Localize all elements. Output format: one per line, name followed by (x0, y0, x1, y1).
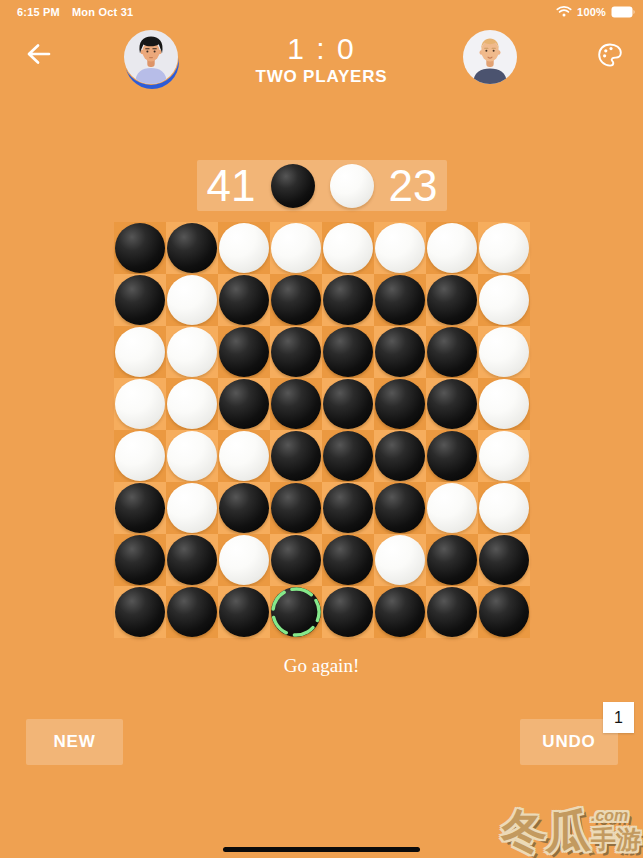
board-cell[interactable] (374, 378, 426, 430)
board-cell[interactable] (374, 430, 426, 482)
board-cell[interactable] (218, 274, 270, 326)
white-piece (323, 223, 373, 273)
board-cell[interactable] (478, 326, 530, 378)
white-piece (479, 483, 529, 533)
black-piece (375, 587, 425, 637)
board-cell[interactable] (114, 378, 166, 430)
board-cell[interactable] (322, 222, 374, 274)
board-cell[interactable] (218, 222, 270, 274)
board-cell[interactable] (270, 534, 322, 586)
new-game-button[interactable]: NEW (26, 719, 123, 765)
black-score: 41 (207, 164, 256, 208)
board-cell[interactable] (374, 326, 426, 378)
board-cell[interactable] (374, 534, 426, 586)
board-cell[interactable] (114, 430, 166, 482)
board (114, 222, 530, 638)
player2-avatar-image (462, 29, 518, 85)
board-cell[interactable] (166, 326, 218, 378)
white-piece (115, 379, 165, 429)
clock: 6:15 PM (17, 6, 60, 18)
board-cell[interactable] (114, 586, 166, 638)
battery-label: 100% (577, 6, 606, 18)
black-piece (219, 587, 269, 637)
black-piece (271, 275, 321, 325)
white-piece (479, 223, 529, 273)
white-piece (375, 535, 425, 585)
black-piece (219, 275, 269, 325)
black-piece (115, 223, 165, 273)
board-cell[interactable] (166, 482, 218, 534)
white-piece (115, 431, 165, 481)
black-piece (323, 379, 373, 429)
black-piece (375, 483, 425, 533)
board-cell[interactable] (322, 326, 374, 378)
watermark-main-text: 冬瓜 (501, 808, 589, 854)
board-cell[interactable] (218, 482, 270, 534)
board-cell[interactable] (114, 326, 166, 378)
board-cell[interactable] (322, 534, 374, 586)
black-piece (115, 587, 165, 637)
black-piece (271, 483, 321, 533)
app-frame: 6:15 PM Mon Oct 31 100% (0, 0, 643, 858)
board-cell[interactable] (218, 326, 270, 378)
white-piece (219, 223, 269, 273)
board-cell[interactable] (478, 222, 530, 274)
board-cell[interactable] (426, 222, 478, 274)
black-piece (427, 431, 477, 481)
board-cell[interactable] (166, 586, 218, 638)
player2-avatar (462, 29, 518, 85)
black-piece (375, 379, 425, 429)
white-piece (219, 431, 269, 481)
black-piece (167, 535, 217, 585)
board-cell[interactable] (322, 430, 374, 482)
board-cell[interactable] (322, 274, 374, 326)
board-cell[interactable] (218, 586, 270, 638)
white-score: 23 (389, 164, 438, 208)
black-piece (323, 327, 373, 377)
white-piece (479, 327, 529, 377)
board-cell[interactable] (270, 586, 322, 638)
black-piece (323, 483, 373, 533)
black-piece (167, 587, 217, 637)
match-score: 1 : 0 (0, 33, 643, 65)
board-cell[interactable] (114, 534, 166, 586)
board-cell[interactable] (426, 274, 478, 326)
board-cell[interactable] (426, 482, 478, 534)
black-piece (375, 431, 425, 481)
board-cell[interactable] (218, 378, 270, 430)
black-piece (375, 327, 425, 377)
board-cell[interactable] (374, 222, 426, 274)
home-indicator[interactable] (223, 847, 420, 852)
board-cell[interactable] (374, 274, 426, 326)
board-cell[interactable] (478, 534, 530, 586)
score-panel: 41 23 (197, 160, 447, 211)
black-piece (219, 327, 269, 377)
board-cell[interactable] (374, 482, 426, 534)
watermark-dotcom-text: .com (591, 808, 641, 824)
board-cell[interactable] (270, 378, 322, 430)
white-piece (115, 327, 165, 377)
white-piece (271, 223, 321, 273)
white-piece (375, 223, 425, 273)
board-cell[interactable] (166, 222, 218, 274)
black-piece (427, 535, 477, 585)
black-piece (271, 379, 321, 429)
white-piece (219, 535, 269, 585)
board-cell[interactable] (270, 274, 322, 326)
black-piece (271, 431, 321, 481)
watermark-sub-text: 手游 (591, 827, 641, 852)
black-piece (167, 223, 217, 273)
black-piece (219, 483, 269, 533)
white-piece (479, 379, 529, 429)
theme-button[interactable] (596, 41, 624, 69)
board-cell[interactable] (374, 586, 426, 638)
battery-icon (611, 6, 636, 18)
black-piece (427, 327, 477, 377)
board-cell[interactable] (114, 482, 166, 534)
board-cell[interactable] (322, 378, 374, 430)
black-piece (375, 275, 425, 325)
undo-count-badge: 1 (603, 702, 634, 733)
board-cell[interactable] (166, 378, 218, 430)
black-piece (427, 275, 477, 325)
black-piece (323, 535, 373, 585)
board-cell[interactable] (478, 378, 530, 430)
board-cell[interactable] (166, 534, 218, 586)
watermark-logo: 冬瓜 .com 手游 (501, 808, 641, 854)
board-cell[interactable] (478, 482, 530, 534)
black-piece (271, 535, 321, 585)
board-cell[interactable] (478, 274, 530, 326)
black-piece (115, 483, 165, 533)
board-cell[interactable] (426, 378, 478, 430)
black-piece (323, 431, 373, 481)
board-cell[interactable] (166, 430, 218, 482)
black-piece-icon (271, 164, 315, 208)
wifi-icon (556, 5, 572, 19)
black-piece (427, 379, 477, 429)
white-piece (479, 275, 529, 325)
black-piece (323, 275, 373, 325)
white-piece (427, 223, 477, 273)
black-piece (219, 379, 269, 429)
board-cell[interactable] (270, 222, 322, 274)
white-piece (167, 327, 217, 377)
white-piece (167, 379, 217, 429)
black-piece (271, 327, 321, 377)
palette-icon (596, 41, 624, 69)
mode-label: TWO PLAYERS (0, 67, 643, 87)
board-cell[interactable] (426, 534, 478, 586)
board-cell[interactable] (478, 586, 530, 638)
board-cell[interactable] (426, 326, 478, 378)
board-cell[interactable] (114, 274, 166, 326)
board-cell[interactable] (218, 430, 270, 482)
board-cell[interactable] (478, 430, 530, 482)
black-piece (115, 535, 165, 585)
board-cell[interactable] (270, 482, 322, 534)
white-piece (167, 483, 217, 533)
black-piece (427, 587, 477, 637)
turn-message: Go again! (0, 655, 643, 677)
black-piece (115, 275, 165, 325)
black-piece (479, 535, 529, 585)
white-piece (479, 431, 529, 481)
board-cell[interactable] (322, 586, 374, 638)
white-piece (427, 483, 477, 533)
date: Mon Oct 31 (72, 6, 133, 18)
board-cell[interactable] (426, 586, 478, 638)
board-cell[interactable] (270, 430, 322, 482)
white-piece-icon (330, 164, 374, 208)
board-cell[interactable] (322, 482, 374, 534)
status-bar: 6:15 PM Mon Oct 31 100% (0, 0, 643, 24)
board-cell[interactable] (114, 222, 166, 274)
black-piece (323, 587, 373, 637)
black-piece (479, 587, 529, 637)
black-piece (271, 587, 321, 637)
board-cell[interactable] (270, 326, 322, 378)
white-piece (167, 431, 217, 481)
board-cell[interactable] (218, 534, 270, 586)
board-cell[interactable] (166, 274, 218, 326)
board-cell[interactable] (426, 430, 478, 482)
white-piece (167, 275, 217, 325)
